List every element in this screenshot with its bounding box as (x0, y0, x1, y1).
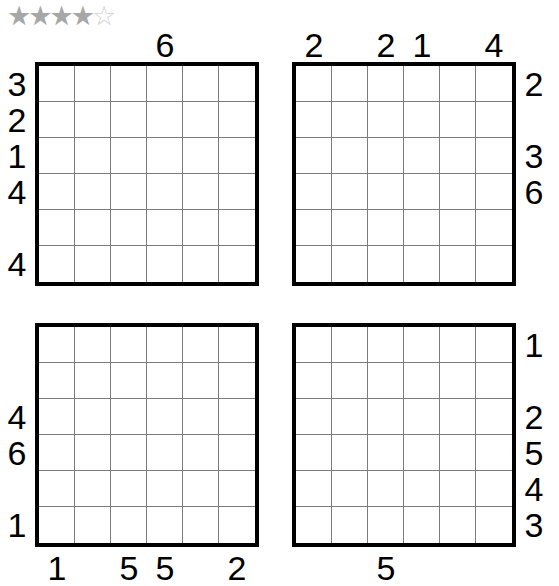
clue-right-4: 6 (521, 174, 547, 210)
cell-r1c4[interactable] (147, 66, 183, 102)
clues-left: 32144 (4, 66, 30, 282)
cell-r2c4[interactable] (404, 363, 440, 399)
cell-r1c3[interactable] (111, 327, 147, 363)
cell-r1c4[interactable] (404, 66, 440, 102)
cell-r3c2[interactable] (332, 399, 368, 435)
clues-top: 6 (39, 28, 255, 60)
clue-top-4: 1 (404, 28, 440, 62)
cell-r4c3[interactable] (368, 435, 404, 471)
clue-right-1: 1 (521, 327, 547, 363)
cell-r2c5[interactable] (183, 363, 219, 399)
board-top-right (292, 62, 516, 286)
clues-bottom: 1552 (39, 551, 255, 583)
cell-r2c3[interactable] (368, 102, 404, 138)
clue-left-4 (261, 174, 287, 210)
cell-r1c1[interactable] (296, 327, 332, 363)
clue-left-5 (4, 210, 30, 246)
cell-r3c3[interactable] (111, 399, 147, 435)
clue-top-4 (404, 289, 440, 321)
cell-r4c4[interactable] (404, 174, 440, 210)
clue-top-5 (183, 289, 219, 321)
cell-r6c5[interactable] (440, 507, 476, 543)
cell-r6c5[interactable] (440, 246, 476, 282)
clue-top-6 (476, 289, 512, 321)
cell-r4c2[interactable] (332, 435, 368, 471)
difficulty-rating: ★★★★☆ (7, 2, 113, 29)
clue-top-4 (147, 289, 183, 321)
cell-r2c4[interactable] (147, 363, 183, 399)
cell-r4c6[interactable] (219, 435, 255, 471)
clue-top-3 (368, 289, 404, 321)
cell-r3c5[interactable] (440, 399, 476, 435)
cell-r2c2[interactable] (75, 102, 111, 138)
clue-bottom-4: 5 (147, 551, 183, 585)
clue-left-5 (261, 471, 287, 507)
clue-bottom-3: 5 (111, 551, 147, 585)
cell-r5c1[interactable] (39, 210, 75, 246)
cell-r6c6[interactable] (219, 246, 255, 282)
cell-r2c1[interactable] (39, 363, 75, 399)
clue-top-1 (39, 289, 75, 321)
cell-r6c2[interactable] (332, 507, 368, 543)
clue-left-1: 3 (4, 66, 30, 102)
cell-r2c5[interactable] (440, 363, 476, 399)
cell-r5c6[interactable] (219, 471, 255, 507)
cell-r6c6[interactable] (476, 246, 512, 282)
cell-r4c2[interactable] (75, 174, 111, 210)
cell-r3c4[interactable] (147, 399, 183, 435)
star-filled-icon: ★ (71, 0, 92, 31)
cell-r4c6[interactable] (476, 174, 512, 210)
cell-r4c2[interactable] (332, 174, 368, 210)
cell-r6c6[interactable] (476, 507, 512, 543)
clue-bottom-6: 2 (219, 551, 255, 585)
cell-r4c2[interactable] (75, 435, 111, 471)
puzzle-top-left: 6 32144 (35, 62, 259, 286)
cell-r4c1[interactable] (296, 174, 332, 210)
cell-r3c6[interactable] (219, 399, 255, 435)
clue-top-5 (440, 289, 476, 321)
cell-r1c4[interactable] (147, 327, 183, 363)
cell-r1c6[interactable] (476, 327, 512, 363)
clues-bottom: 5 (296, 551, 512, 583)
cell-r4c6[interactable] (476, 435, 512, 471)
cell-r4c4[interactable] (147, 435, 183, 471)
clue-top-3 (111, 289, 147, 321)
clue-top-2 (75, 28, 111, 62)
cell-r2c1[interactable] (296, 363, 332, 399)
cell-r1c1[interactable] (39, 66, 75, 102)
cell-r4c1[interactable] (296, 435, 332, 471)
cell-r3c1[interactable] (296, 399, 332, 435)
clue-bottom-5 (183, 551, 219, 585)
cell-r1c4[interactable] (404, 327, 440, 363)
cell-r5c1[interactable] (39, 471, 75, 507)
clue-left-3: 4 (4, 399, 30, 435)
clue-bottom-3: 5 (368, 551, 404, 585)
cell-r1c6[interactable] (219, 66, 255, 102)
clue-bottom-1 (296, 551, 332, 585)
clue-top-6 (219, 28, 255, 62)
cell-r6c6[interactable] (219, 507, 255, 543)
cell-r5c5[interactable] (183, 471, 219, 507)
clues-top: 2214 (296, 28, 512, 60)
cell-r4c5[interactable] (183, 435, 219, 471)
cell-r1c1[interactable] (39, 327, 75, 363)
star-filled-icon: ★ (28, 0, 49, 31)
clue-right-6: 3 (521, 507, 547, 543)
cell-r3c1[interactable] (39, 399, 75, 435)
cell-r2c3[interactable] (111, 363, 147, 399)
cell-r6c1[interactable] (39, 507, 75, 543)
cell-r2c2[interactable] (332, 363, 368, 399)
clue-right-6 (521, 246, 547, 282)
clue-top-2 (75, 289, 111, 321)
cell-r4c4[interactable] (147, 174, 183, 210)
cell-r3c4[interactable] (404, 138, 440, 174)
cell-r6c2[interactable] (75, 507, 111, 543)
clue-left-3 (261, 138, 287, 174)
cell-r6c4[interactable] (404, 246, 440, 282)
cell-r2c3[interactable] (368, 363, 404, 399)
cell-r5c6[interactable] (219, 210, 255, 246)
cell-r3c6[interactable] (219, 138, 255, 174)
cell-r4c1[interactable] (39, 174, 75, 210)
cell-r1c6[interactable] (476, 66, 512, 102)
cell-r5c4[interactable] (147, 471, 183, 507)
cell-r6c5[interactable] (183, 507, 219, 543)
cell-r6c2[interactable] (75, 246, 111, 282)
cell-r2c6[interactable] (219, 363, 255, 399)
clue-left-2: 2 (4, 102, 30, 138)
clue-right-1: 2 (521, 66, 547, 102)
cell-r1c5[interactable] (440, 327, 476, 363)
clue-left-5 (4, 471, 30, 507)
clue-left-2 (261, 102, 287, 138)
cell-r1c5[interactable] (183, 327, 219, 363)
cell-r4c5[interactable] (440, 435, 476, 471)
clue-bottom-5 (440, 551, 476, 585)
clue-right-3: 2 (521, 399, 547, 435)
cell-r2c3[interactable] (111, 102, 147, 138)
cell-r6c1[interactable] (39, 246, 75, 282)
cell-r4c5[interactable] (183, 174, 219, 210)
cell-r3c3[interactable] (368, 138, 404, 174)
cell-r5c1[interactable] (296, 471, 332, 507)
cell-r3c5[interactable] (440, 138, 476, 174)
cell-r5c3[interactable] (111, 471, 147, 507)
cell-r4c3[interactable] (111, 174, 147, 210)
clue-top-6: 4 (476, 28, 512, 62)
cell-r2c6[interactable] (476, 363, 512, 399)
cell-r2c2[interactable] (75, 363, 111, 399)
clue-right-5 (521, 210, 547, 246)
cell-r3c4[interactable] (147, 138, 183, 174)
cell-r3c2[interactable] (75, 138, 111, 174)
clue-top-1: 2 (296, 28, 332, 62)
cell-r3c1[interactable] (39, 138, 75, 174)
cell-r1c3[interactable] (111, 66, 147, 102)
clue-left-5 (261, 210, 287, 246)
clues-right: 236 (521, 66, 547, 282)
clue-bottom-6 (476, 551, 512, 585)
clue-right-5: 4 (521, 471, 547, 507)
cell-r3c2[interactable] (75, 399, 111, 435)
clue-left-6: 1 (4, 507, 30, 543)
star-filled-icon: ★ (49, 0, 70, 31)
clue-left-6 (261, 246, 287, 282)
cell-r6c3[interactable] (368, 246, 404, 282)
cell-r1c1[interactable] (296, 66, 332, 102)
cell-r5c4[interactable] (404, 471, 440, 507)
clue-left-1 (4, 327, 30, 363)
clue-left-4: 6 (4, 435, 30, 471)
cell-r6c3[interactable] (111, 246, 147, 282)
clue-top-5 (183, 28, 219, 62)
cell-r3c6[interactable] (476, 399, 512, 435)
cell-r3c6[interactable] (476, 138, 512, 174)
clue-left-2 (261, 363, 287, 399)
cell-r3c3[interactable] (111, 138, 147, 174)
clues-top (296, 289, 512, 321)
clue-top-2 (332, 28, 368, 62)
cell-r1c3[interactable] (368, 327, 404, 363)
cell-r2c4[interactable] (404, 102, 440, 138)
puzzle-bottom-right: 12543 5 (292, 323, 516, 547)
cell-r4c1[interactable] (39, 435, 75, 471)
clue-right-2 (521, 102, 547, 138)
cell-r5c5[interactable] (183, 210, 219, 246)
cell-r1c2[interactable] (332, 66, 368, 102)
cell-r6c4[interactable] (147, 246, 183, 282)
cell-r1c3[interactable] (368, 66, 404, 102)
cell-r2c1[interactable] (39, 102, 75, 138)
clue-right-3: 3 (521, 138, 547, 174)
clue-left-6 (261, 507, 287, 543)
clue-bottom-2 (332, 551, 368, 585)
puzzle-bottom-left: 461 1552 (35, 323, 259, 547)
star-empty-icon: ☆ (92, 0, 113, 31)
cell-r5c6[interactable] (476, 210, 512, 246)
clue-left-1 (261, 327, 287, 363)
puzzle-top-right: 2214 236 (292, 62, 516, 286)
cell-r1c5[interactable] (440, 66, 476, 102)
cell-r4c3[interactable] (368, 174, 404, 210)
cell-r6c5[interactable] (183, 246, 219, 282)
cell-r2c6[interactable] (476, 102, 512, 138)
cell-r4c4[interactable] (404, 435, 440, 471)
clues-left (261, 327, 287, 543)
cell-r6c1[interactable] (296, 246, 332, 282)
cell-r2c6[interactable] (219, 102, 255, 138)
cell-r1c5[interactable] (183, 66, 219, 102)
clue-left-4 (261, 435, 287, 471)
clue-top-1 (39, 28, 75, 62)
cell-r6c2[interactable] (332, 246, 368, 282)
cell-r5c2[interactable] (75, 471, 111, 507)
clues-top (39, 289, 255, 321)
cell-r5c3[interactable] (368, 471, 404, 507)
cell-r3c1[interactable] (296, 138, 332, 174)
cell-r5c4[interactable] (147, 210, 183, 246)
cell-r5c4[interactable] (404, 210, 440, 246)
clue-top-2 (332, 289, 368, 321)
cell-r5c3[interactable] (111, 210, 147, 246)
clue-left-3 (261, 399, 287, 435)
clue-top-5 (440, 28, 476, 62)
cell-r2c5[interactable] (440, 102, 476, 138)
clue-left-6: 4 (4, 246, 30, 282)
cell-r1c2[interactable] (332, 327, 368, 363)
cell-r6c1[interactable] (296, 507, 332, 543)
clues-right: 12543 (521, 327, 547, 543)
clues-left (261, 66, 287, 282)
cell-r5c6[interactable] (476, 471, 512, 507)
clue-top-3 (111, 28, 147, 62)
cell-r3c5[interactable] (183, 138, 219, 174)
cell-r4c6[interactable] (219, 174, 255, 210)
clue-bottom-2 (75, 551, 111, 585)
cell-r6c4[interactable] (147, 507, 183, 543)
cell-r1c2[interactable] (75, 327, 111, 363)
cell-r2c2[interactable] (332, 102, 368, 138)
cell-r2c4[interactable] (147, 102, 183, 138)
cell-r5c5[interactable] (440, 210, 476, 246)
cell-r5c2[interactable] (332, 471, 368, 507)
board-bottom-left (35, 323, 259, 547)
cell-r2c1[interactable] (296, 102, 332, 138)
cell-r2c5[interactable] (183, 102, 219, 138)
cell-r5c5[interactable] (440, 471, 476, 507)
clues-left: 461 (4, 327, 30, 543)
star-filled-icon: ★ (7, 0, 28, 31)
board-bottom-right (292, 323, 516, 547)
clue-top-4: 6 (147, 28, 183, 62)
cell-r5c2[interactable] (75, 210, 111, 246)
clue-right-4: 5 (521, 435, 547, 471)
cell-r4c3[interactable] (111, 435, 147, 471)
clue-left-3: 1 (4, 138, 30, 174)
clue-top-1 (296, 289, 332, 321)
clue-right-2 (521, 363, 547, 399)
cell-r5c3[interactable] (368, 210, 404, 246)
clue-bottom-1: 1 (39, 551, 75, 585)
clue-bottom-4 (404, 551, 440, 585)
cell-r3c2[interactable] (332, 138, 368, 174)
cell-r3c4[interactable] (404, 399, 440, 435)
cell-r6c3[interactable] (368, 507, 404, 543)
clue-left-1 (261, 66, 287, 102)
clue-top-6 (219, 289, 255, 321)
cell-r6c3[interactable] (111, 507, 147, 543)
puzzle-sheet: ★★★★☆ 6 32144 2214 236 461 1552 12543 5 (0, 0, 559, 586)
cell-r6c4[interactable] (404, 507, 440, 543)
cell-r3c5[interactable] (183, 399, 219, 435)
cell-r1c6[interactable] (219, 327, 255, 363)
clue-top-3: 2 (368, 28, 404, 62)
cell-r5c1[interactable] (296, 210, 332, 246)
cell-r4c5[interactable] (440, 174, 476, 210)
cell-r3c3[interactable] (368, 399, 404, 435)
clue-left-2 (4, 363, 30, 399)
board-top-left (35, 62, 259, 286)
cell-r1c2[interactable] (75, 66, 111, 102)
cell-r5c2[interactable] (332, 210, 368, 246)
clue-left-4: 4 (4, 174, 30, 210)
